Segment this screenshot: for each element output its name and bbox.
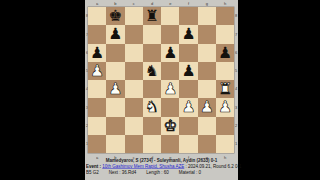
square-b4: ♟ — [106, 80, 124, 98]
game-info-line: B5 G2Next : 36.Rd4Length : 60Material : … — [86, 170, 237, 175]
black-pawn-h6: ♟ — [218, 44, 232, 62]
white-pawn-e4: ♟ — [163, 80, 177, 98]
square-g2 — [198, 117, 216, 135]
square-d7 — [143, 25, 161, 43]
black-king-b8: ♚ — [108, 7, 122, 25]
square-d8: ♜ — [143, 7, 161, 25]
square-e8 — [161, 7, 179, 25]
square-g8 — [198, 7, 216, 25]
square-f5: ♟ — [179, 62, 197, 80]
square-d3: ♞ — [143, 98, 161, 116]
black-rook-d8: ♜ — [145, 7, 159, 25]
square-a2 — [88, 117, 106, 135]
black-pawn-a6: ♟ — [90, 44, 104, 62]
event-label: Event : — [86, 164, 102, 169]
square-c3 — [125, 98, 143, 116]
square-f6 — [179, 44, 197, 62]
white-pawn-a5: ♟ — [90, 62, 104, 80]
info-segment: Next : 36.Rd4 — [109, 170, 137, 175]
white-king-e2: ♚ — [163, 117, 177, 135]
info-segment: B5 G2 — [86, 170, 99, 175]
white-knight-d3: ♞ — [145, 98, 159, 116]
square-c8 — [125, 7, 143, 25]
square-h8 — [216, 7, 234, 25]
event-details: : 2024.09.21, Round 6.2 0-1 — [184, 164, 241, 169]
square-b5 — [106, 62, 124, 80]
square-f2 — [179, 117, 197, 135]
square-e6: ♟ — [161, 44, 179, 62]
chess-board: ♚♜♟♟♟♟♟♟♞♟♟♟♜♞♟♟♟♚ — [88, 7, 234, 153]
event-link[interactable]: 10th Gashimov Mem Rapid, Shusha AZE — [102, 164, 184, 169]
square-b8: ♚ — [106, 7, 124, 25]
black-pawn-b7: ♟ — [108, 25, 122, 43]
file-labels-top: abcdefgh — [88, 0, 234, 7]
square-f3: ♟ — [179, 98, 197, 116]
square-d6 — [143, 44, 161, 62]
black-knight-d5: ♞ — [145, 62, 159, 80]
square-e1 — [161, 135, 179, 153]
event-line: Event : 10th Gashimov Mem Rapid, Shusha … — [86, 164, 237, 169]
square-c2 — [125, 117, 143, 135]
square-g6 — [198, 44, 216, 62]
square-h6: ♟ — [216, 44, 234, 62]
square-b2 — [106, 117, 124, 135]
coord-label: d — [143, 0, 161, 7]
square-d4 — [143, 80, 161, 98]
square-f8 — [179, 7, 197, 25]
diagram-panel: abcdefgh 87654321 87654321 ♚♜♟♟♟♟♟♟♞♟♟♟♜… — [85, 0, 238, 180]
square-f7: ♟ — [179, 25, 197, 43]
white-pawn-h3: ♟ — [218, 98, 232, 116]
white-pawn-f3: ♟ — [182, 98, 196, 116]
square-e2: ♚ — [161, 117, 179, 135]
square-b7: ♟ — [106, 25, 124, 43]
square-h5 — [216, 62, 234, 80]
square-a3 — [88, 98, 106, 116]
square-g3: ♟ — [198, 98, 216, 116]
screenshot-root: abcdefgh 87654321 87654321 ♚♜♟♟♟♟♟♟♞♟♟♟♜… — [0, 0, 320, 180]
square-g4 — [198, 80, 216, 98]
square-d2 — [143, 117, 161, 135]
square-e7 — [161, 25, 179, 43]
square-f1 — [179, 135, 197, 153]
coord-label: e — [161, 0, 179, 7]
black-pawn-f5: ♟ — [182, 62, 196, 80]
square-g5 — [198, 62, 216, 80]
square-a1 — [88, 135, 106, 153]
white-rook-h4: ♜ — [218, 80, 232, 98]
square-e4: ♟ — [161, 80, 179, 98]
square-e3 — [161, 98, 179, 116]
players-result-line: Mamedyarov, S (2734) - Suleymanli, Aydin… — [86, 158, 237, 163]
square-h2 — [216, 117, 234, 135]
square-h1 — [216, 135, 234, 153]
square-a7 — [88, 25, 106, 43]
square-g7 — [198, 25, 216, 43]
square-a5: ♟ — [88, 62, 106, 80]
coord-label: b — [106, 0, 124, 7]
square-b3 — [106, 98, 124, 116]
square-a6: ♟ — [88, 44, 106, 62]
square-h4: ♜ — [216, 80, 234, 98]
square-h3: ♟ — [216, 98, 234, 116]
info-segment: Material : 0 — [179, 170, 201, 175]
square-a4 — [88, 80, 106, 98]
coord-label: f — [179, 0, 197, 7]
square-f4 — [179, 80, 197, 98]
square-c6 — [125, 44, 143, 62]
square-b1 — [106, 135, 124, 153]
coord-label: a — [88, 0, 106, 7]
info-segment: Length : 60 — [146, 170, 169, 175]
square-c1 — [125, 135, 143, 153]
square-d1 — [143, 135, 161, 153]
coord-label: c — [125, 0, 143, 7]
white-pawn-b4: ♟ — [108, 80, 122, 98]
square-d5: ♞ — [143, 62, 161, 80]
black-pawn-f7: ♟ — [182, 25, 196, 43]
white-pawn-g3: ♟ — [200, 98, 214, 116]
square-c4 — [125, 80, 143, 98]
black-pawn-e6: ♟ — [163, 44, 177, 62]
square-c7 — [125, 25, 143, 43]
square-e5 — [161, 62, 179, 80]
square-a8 — [88, 7, 106, 25]
coord-label: h — [216, 0, 234, 7]
square-c5 — [125, 62, 143, 80]
square-b6 — [106, 44, 124, 62]
square-g1 — [198, 135, 216, 153]
square-h7 — [216, 25, 234, 43]
coord-label: g — [198, 0, 216, 7]
